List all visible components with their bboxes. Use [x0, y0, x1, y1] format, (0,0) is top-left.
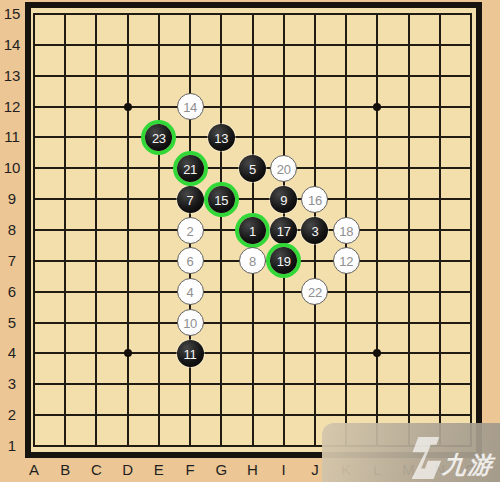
gomoku-board[interactable]: 1234567891011121314151617181920212223: [25, 2, 482, 458]
column-label-H: H: [241, 461, 265, 479]
grid-line-horizontal: [33, 291, 472, 293]
star-point-L4: [373, 349, 381, 357]
stone-white-16-J9: 16: [301, 186, 328, 213]
stone-white-22-J6: 22: [301, 278, 328, 305]
column-label-D: D: [116, 461, 140, 479]
watermark-overlay: 九游: [322, 423, 500, 482]
star-point-D12: [124, 103, 132, 111]
grid-line-horizontal: [33, 383, 472, 385]
watermark-text: 九游: [441, 449, 495, 481]
column-label-A: A: [22, 461, 46, 479]
jiuyou-logo-icon: [404, 437, 444, 479]
stone-move-number: 7: [187, 193, 194, 206]
grid-line-vertical: [439, 13, 441, 447]
grid-line-vertical: [470, 13, 472, 447]
stone-white-2-F8: 2: [177, 217, 204, 244]
row-label-14: 14: [0, 36, 24, 54]
gomoku-app-screen: 1234567891011121314151617181920212223 15…: [0, 0, 500, 482]
star-point-L12: [373, 103, 381, 111]
stone-white-12-K7: 12: [333, 247, 360, 274]
row-label-10: 10: [0, 159, 24, 177]
stone-black-15-G9: 15: [208, 186, 235, 213]
stone-move-number: 3: [311, 224, 318, 237]
stone-black-9-I9: 9: [270, 186, 297, 213]
stone-white-4-F6: 4: [177, 278, 204, 305]
stone-move-number: 20: [277, 162, 291, 175]
grid-line-vertical: [408, 13, 410, 447]
stone-black-19-I7: 19: [270, 247, 297, 274]
column-label-E: E: [147, 461, 171, 479]
stone-move-number: 14: [183, 101, 197, 114]
stone-move-number: 2: [187, 224, 194, 237]
stone-black-17-I8: 17: [270, 217, 297, 244]
column-label-F: F: [178, 461, 202, 479]
stone-move-number: 11: [184, 347, 197, 360]
column-label-B: B: [53, 461, 77, 479]
stone-move-number: 10: [183, 317, 197, 330]
row-label-11: 11: [0, 128, 24, 146]
row-label-6: 6: [0, 283, 24, 301]
row-label-4: 4: [0, 344, 24, 362]
column-label-C: C: [84, 461, 108, 479]
stone-move-number: 6: [187, 255, 194, 268]
stone-move-number: 9: [280, 193, 287, 206]
row-label-13: 13: [0, 67, 24, 85]
column-label-I: I: [272, 461, 296, 479]
stone-black-5-H10: 5: [239, 155, 266, 182]
row-label-1: 1: [0, 437, 24, 455]
stone-white-14-F12: 14: [177, 93, 204, 120]
stone-black-11-F4: 11: [177, 340, 204, 367]
stone-black-3-J8: 3: [301, 217, 328, 244]
row-label-8: 8: [0, 221, 24, 239]
row-label-5: 5: [0, 314, 24, 332]
star-point-D4: [124, 349, 132, 357]
stone-move-number: 16: [308, 193, 322, 206]
stone-move-number: 19: [277, 255, 291, 268]
stone-black-1-H8: 1: [239, 217, 266, 244]
stone-move-number: 8: [249, 255, 256, 268]
row-label-7: 7: [0, 252, 24, 270]
stone-white-8-H7: 8: [239, 247, 266, 274]
grid-line-horizontal: [33, 352, 472, 354]
row-label-12: 12: [0, 98, 24, 116]
stone-black-23-E11: 23: [145, 124, 172, 151]
stone-move-number: 23: [152, 131, 166, 144]
board-grid[interactable]: 1234567891011121314151617181920212223: [33, 13, 472, 447]
stone-move-number: 4: [187, 286, 194, 299]
stone-white-6-F7: 6: [177, 247, 204, 274]
stone-move-number: 12: [339, 255, 353, 268]
stone-white-20-I10: 20: [270, 155, 297, 182]
grid-line-vertical: [376, 13, 378, 447]
stone-move-number: 15: [214, 193, 228, 206]
stone-black-13-G11: 13: [208, 124, 235, 151]
column-label-G: G: [209, 461, 233, 479]
row-label-3: 3: [0, 375, 24, 393]
stone-move-number: 18: [339, 224, 353, 237]
grid-line-horizontal: [33, 322, 472, 324]
stone-black-21-F10: 21: [177, 155, 204, 182]
stone-white-10-F5: 10: [177, 309, 204, 336]
stone-black-7-F9: 7: [177, 186, 204, 213]
stone-move-number: 1: [249, 224, 256, 237]
stone-move-number: 21: [183, 162, 197, 175]
stone-move-number: 17: [277, 224, 291, 237]
row-label-15: 15: [0, 5, 24, 23]
stone-move-number: 5: [249, 162, 256, 175]
row-label-9: 9: [0, 190, 24, 208]
stone-move-number: 13: [214, 131, 228, 144]
stone-white-18-K8: 18: [333, 217, 360, 244]
stone-move-number: 22: [308, 286, 322, 299]
grid-line-horizontal: [33, 414, 472, 416]
row-label-2: 2: [0, 406, 24, 424]
